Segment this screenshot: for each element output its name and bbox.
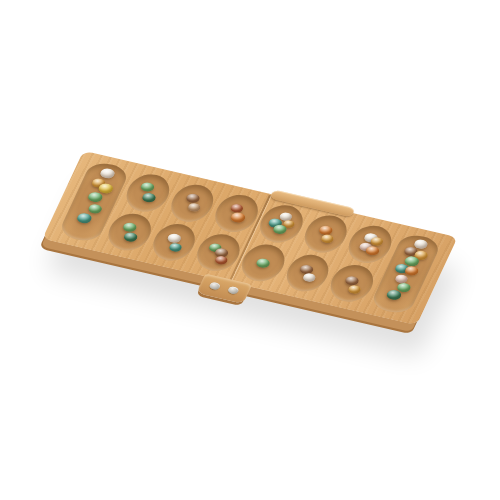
mancala-board	[42, 151, 457, 325]
stone-darkgreen	[122, 231, 139, 243]
stone-amber	[320, 234, 335, 245]
stone-tan	[187, 202, 202, 213]
board-scene	[58, 172, 442, 304]
stone-green	[254, 258, 271, 270]
stone-orange	[364, 245, 381, 257]
pit-back-3[interactable]	[209, 191, 264, 236]
pit-front-1[interactable]	[102, 210, 157, 255]
stone-teal	[168, 242, 183, 253]
stone-teal	[75, 212, 93, 224]
pit-front-5[interactable]	[280, 251, 335, 296]
stone-white	[302, 272, 317, 283]
board-perspective-wrap	[42, 151, 457, 325]
pit-back-1[interactable]	[120, 170, 175, 215]
hinge-rivet	[227, 286, 240, 295]
stone-green	[140, 181, 157, 193]
pit-front-3[interactable]	[191, 230, 246, 275]
hinge-rivet	[208, 282, 221, 291]
stone-darkgreen	[141, 192, 158, 204]
pit-back-5[interactable]	[298, 212, 353, 257]
stone-rust	[214, 255, 229, 266]
stone-green	[87, 203, 104, 215]
stone-green	[86, 191, 104, 203]
stone-amber	[347, 284, 362, 295]
stone-orange	[228, 211, 246, 223]
product-photo-canvas	[0, 0, 500, 500]
pit-back-2[interactable]	[165, 181, 220, 226]
pit-front-6[interactable]	[324, 261, 379, 306]
pit-front-2[interactable]	[146, 220, 201, 265]
